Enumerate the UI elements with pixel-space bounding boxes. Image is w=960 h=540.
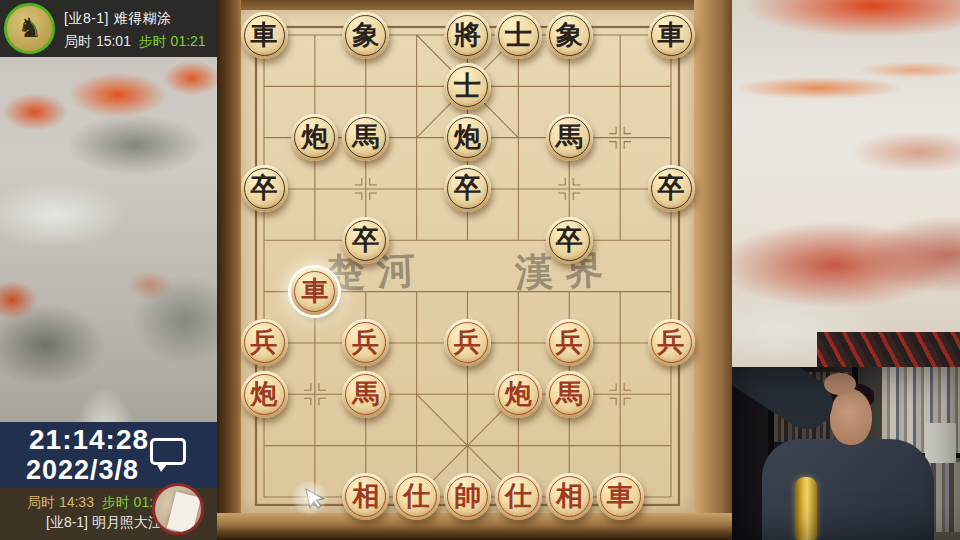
board-frame-top <box>217 0 732 10</box>
xiangqi-board[interactable]: 楚河 漢界 車象將士象車士炮馬炮馬卒卒卒卒卒車兵兵兵兵兵炮馬炮馬相仕帥仕相車 <box>217 0 732 540</box>
piece-black-將[interactable]: 將 <box>444 12 491 59</box>
wall-clock: 21:14:28 <box>29 424 149 456</box>
opponent-name: [业8-1] 难得糊涂 <box>64 10 171 28</box>
mountain-painting <box>732 0 960 367</box>
opponent-times: 局时 15:01 步时 01:21 <box>64 33 206 51</box>
piece-red-車[interactable]: 車 <box>597 473 644 520</box>
game-time-label: 局时 <box>64 33 92 49</box>
piece-red-馬[interactable]: 馬 <box>546 371 593 418</box>
opponent-avatar[interactable]: ♞ <box>4 3 55 54</box>
player-info-bar: 局时 14:33 步时 01:30 [业8-1] 明月照大江 <box>0 488 217 540</box>
right-panel <box>732 0 960 540</box>
player-times: 局时 14:33 步时 01:30 <box>27 494 169 512</box>
piece-red-兵[interactable]: 兵 <box>546 319 593 366</box>
move-time-label: 步时 <box>139 33 167 49</box>
piece-black-馬[interactable]: 馬 <box>546 114 593 161</box>
move-time-value: 01:21 <box>171 33 206 49</box>
opponent-info-bar: ♞ [业8-1] 难得糊涂 局时 15:01 步时 01:21 <box>0 0 217 57</box>
piece-red-仕[interactable]: 仕 <box>495 473 542 520</box>
move-time-label: 步时 <box>102 494 130 510</box>
piece-black-車[interactable]: 車 <box>241 12 288 59</box>
red-black-textile <box>817 332 960 367</box>
board-frame-left <box>217 0 241 540</box>
piece-black-卒[interactable]: 卒 <box>241 165 288 212</box>
piece-black-象[interactable]: 象 <box>546 12 593 59</box>
stream-screen: ♞ [业8-1] 难得糊涂 局时 15:01 步时 01:21 21:14:28… <box>0 0 960 540</box>
left-sidebar: ♞ [业8-1] 难得糊涂 局时 15:01 步时 01:21 21:14:28… <box>0 0 217 540</box>
piece-red-兵[interactable]: 兵 <box>648 319 695 366</box>
game-time-value: 14:33 <box>59 494 94 510</box>
board-frame-right <box>694 0 732 540</box>
piece-black-卒[interactable]: 卒 <box>546 217 593 264</box>
game-time-value: 15:01 <box>96 33 131 49</box>
piece-red-馬[interactable]: 馬 <box>342 371 389 418</box>
player-avatar[interactable] <box>152 483 204 535</box>
piece-black-炮[interactable]: 炮 <box>444 114 491 161</box>
clock-panel: 21:14:28 2022/3/8 <box>0 422 217 488</box>
player-name: [业8-1] 明月照大江 <box>46 514 162 532</box>
piece-black-象[interactable]: 象 <box>342 12 389 59</box>
piece-red-相[interactable]: 相 <box>546 473 593 520</box>
piece-black-士[interactable]: 士 <box>495 12 542 59</box>
horse-avatar-icon: ♞ <box>17 15 41 42</box>
chat-bubble-icon[interactable] <box>150 438 186 465</box>
webcam-video[interactable] <box>732 367 960 540</box>
date-display: 2022/3/8 <box>26 455 139 486</box>
piece-black-車[interactable]: 車 <box>648 12 695 59</box>
piece-red-炮[interactable]: 炮 <box>241 371 288 418</box>
game-time-label: 局时 <box>27 494 55 510</box>
piece-black-卒[interactable]: 卒 <box>648 165 695 212</box>
piece-black-卒[interactable]: 卒 <box>342 217 389 264</box>
piece-red-兵[interactable]: 兵 <box>241 319 288 366</box>
piece-red-炮[interactable]: 炮 <box>495 371 542 418</box>
piece-black-士[interactable]: 士 <box>444 63 491 110</box>
